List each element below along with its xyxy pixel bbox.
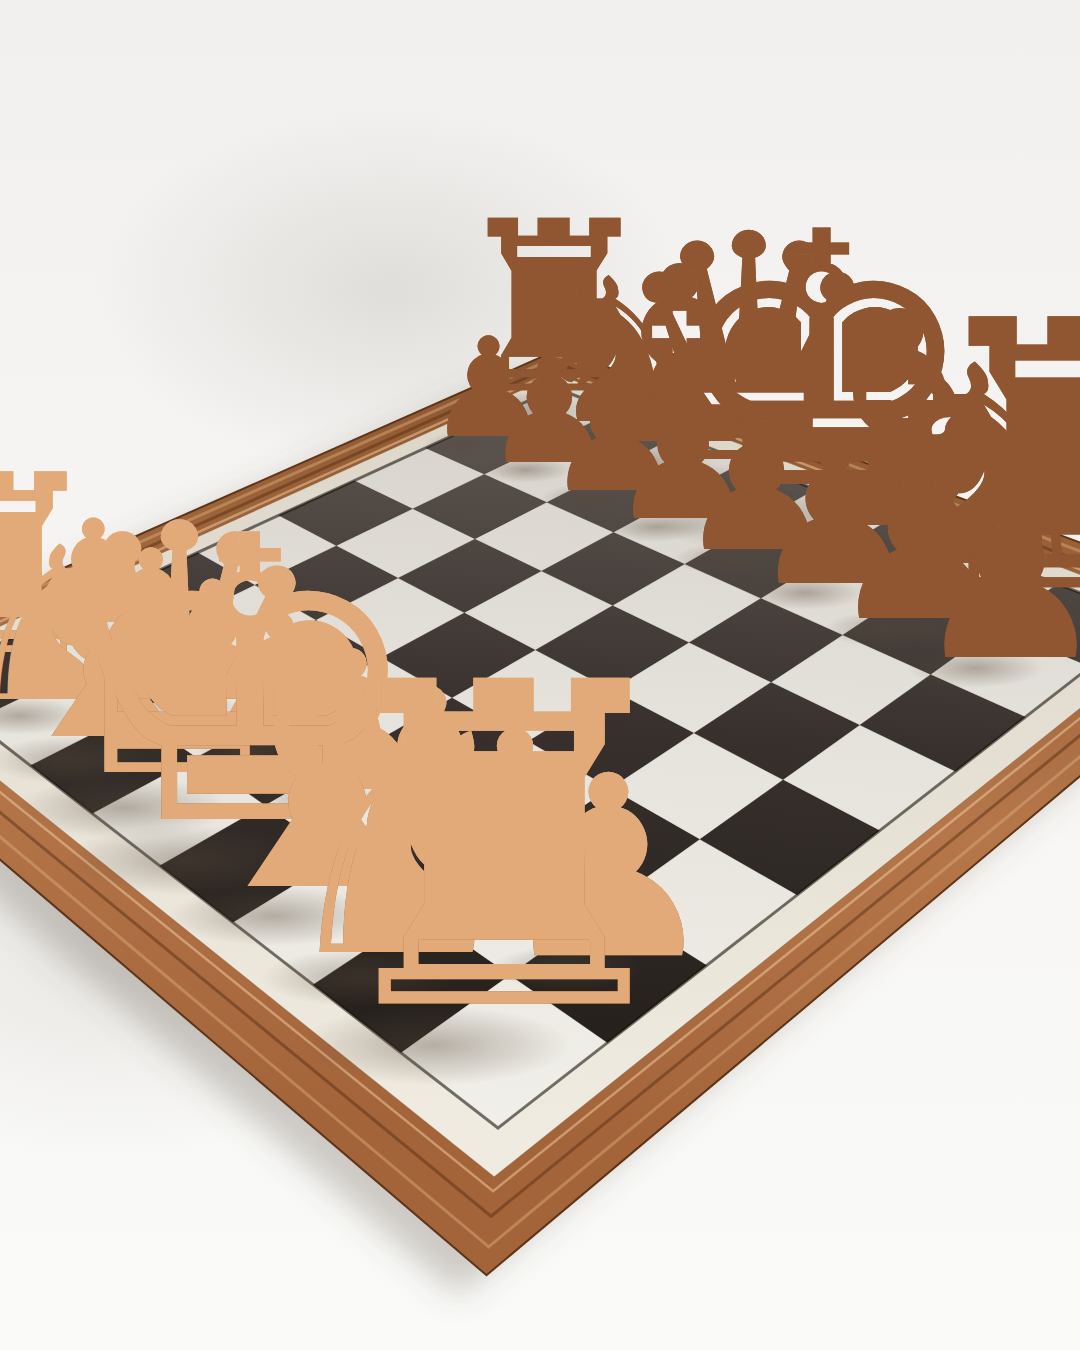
chess-set-photo: ♜♞♝♛♚♝♞♜♟♟♟♟♟♟♟♟♟♟♟♟♟♟♟♟♜♞♝♛♚♝♞♜	[0, 0, 1080, 1350]
piece-layer: ♜♞♝♛♚♝♞♜♟♟♟♟♟♟♟♟♟♟♟♟♟♟♟♟♜♞♝♛♚♝♞♜	[0, 0, 1080, 1350]
piece-black-pawn-h7[interactable]: ♟	[911, 470, 1080, 691]
piece-white-rook-h1[interactable]: ♜	[304, 626, 704, 1072]
